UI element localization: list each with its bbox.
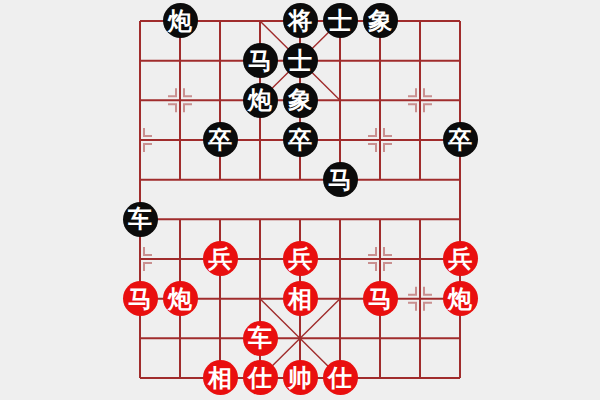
piece-red-elephant[interactable]: 相 bbox=[283, 281, 318, 316]
piece-black-soldier[interactable]: 卒 bbox=[203, 122, 238, 157]
piece-black-general[interactable]: 将 bbox=[283, 3, 318, 38]
piece-black-horse[interactable]: 马 bbox=[243, 43, 278, 78]
piece-black-cannon[interactable]: 炮 bbox=[163, 3, 198, 38]
piece-red-elephant[interactable]: 相 bbox=[203, 360, 238, 395]
piece-red-soldier[interactable]: 兵 bbox=[443, 241, 478, 276]
piece-black-advisor[interactable]: 士 bbox=[323, 3, 358, 38]
piece-red-horse[interactable]: 马 bbox=[123, 281, 158, 316]
piece-red-cannon[interactable]: 炮 bbox=[443, 281, 478, 316]
piece-red-soldier[interactable]: 兵 bbox=[283, 241, 318, 276]
piece-red-advisor[interactable]: 仕 bbox=[243, 360, 278, 395]
piece-black-horse[interactable]: 马 bbox=[323, 162, 358, 197]
xiangqi-board: 炮将士象马士炮象卒卒卒马车兵兵兵马炮相马炮车相仕帅仕 bbox=[0, 0, 600, 400]
piece-red-advisor[interactable]: 仕 bbox=[323, 360, 358, 395]
piece-black-advisor[interactable]: 士 bbox=[283, 43, 318, 78]
piece-red-horse[interactable]: 马 bbox=[363, 281, 398, 316]
piece-black-chariot[interactable]: 车 bbox=[123, 202, 158, 237]
piece-red-general[interactable]: 帅 bbox=[283, 360, 318, 395]
piece-red-soldier[interactable]: 兵 bbox=[203, 241, 238, 276]
piece-black-soldier[interactable]: 卒 bbox=[443, 122, 478, 157]
piece-black-elephant[interactable]: 象 bbox=[363, 3, 398, 38]
piece-black-elephant[interactable]: 象 bbox=[283, 83, 318, 118]
piece-black-soldier[interactable]: 卒 bbox=[283, 122, 318, 157]
piece-red-chariot[interactable]: 车 bbox=[243, 321, 278, 356]
piece-black-cannon[interactable]: 炮 bbox=[243, 83, 278, 118]
piece-red-cannon[interactable]: 炮 bbox=[163, 281, 198, 316]
piece-layer: 炮将士象马士炮象卒卒卒马车兵兵兵马炮相马炮车相仕帅仕 bbox=[120, 1, 480, 398]
